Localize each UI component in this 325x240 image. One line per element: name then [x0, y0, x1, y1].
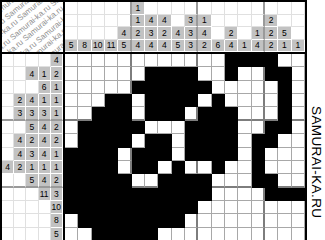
board-cell[interactable]	[65, 81, 78, 94]
row-clue-cell: 4	[14, 148, 26, 161]
row-clue-cell: 2	[14, 94, 26, 107]
board-cell[interactable]	[158, 107, 171, 120]
board-cell[interactable]	[65, 214, 78, 227]
row-clue-cell: 5	[26, 174, 38, 187]
row-clue-cell	[14, 81, 26, 94]
board-cell[interactable]	[145, 81, 158, 94]
board-cell[interactable]	[265, 201, 278, 214]
board-cell[interactable]	[185, 67, 198, 80]
board-cell[interactable]	[225, 54, 238, 67]
board-cell[interactable]	[238, 214, 251, 227]
board-cell[interactable]	[92, 201, 105, 214]
board-cell[interactable]	[172, 107, 185, 120]
board-cell[interactable]	[78, 94, 91, 107]
board-cell[interactable]	[118, 174, 131, 187]
board-cell[interactable]	[292, 81, 305, 94]
board-cell[interactable]	[238, 148, 251, 161]
board-cell[interactable]	[172, 188, 185, 201]
board-cell[interactable]	[278, 228, 291, 240]
board-cell[interactable]	[278, 134, 291, 147]
board-cell[interactable]	[238, 107, 251, 120]
row-clue-cell: 2	[51, 67, 63, 80]
board-cell[interactable]	[212, 67, 225, 80]
board-cell[interactable]	[172, 161, 185, 174]
board-cell[interactable]	[278, 67, 291, 80]
board-cell[interactable]	[212, 134, 225, 147]
col-clue-cell: 6	[212, 40, 225, 53]
board-cell[interactable]	[92, 148, 105, 161]
board-cell[interactable]	[265, 81, 278, 94]
board-cell[interactable]	[185, 161, 198, 174]
row-clue-cell: 3	[39, 107, 51, 120]
board-cell[interactable]	[92, 67, 105, 80]
row-clue-cell	[14, 174, 26, 187]
board-cell[interactable]	[105, 107, 118, 120]
board-cell[interactable]	[225, 188, 238, 201]
board-cell[interactable]	[105, 94, 118, 107]
board-cell[interactable]	[118, 94, 131, 107]
board-cell[interactable]	[158, 94, 171, 107]
board-cell[interactable]	[198, 134, 211, 147]
board-cell[interactable]	[238, 228, 251, 240]
board-cell[interactable]	[132, 134, 145, 147]
board-cell[interactable]	[198, 121, 211, 134]
board-cell[interactable]	[225, 81, 238, 94]
board-cell[interactable]	[132, 174, 145, 187]
board-cell[interactable]	[92, 134, 105, 147]
board-cell[interactable]	[145, 67, 158, 80]
board-cell[interactable]	[65, 228, 78, 240]
board-cell[interactable]	[292, 161, 305, 174]
board-cell[interactable]	[265, 134, 278, 147]
board-cell[interactable]	[292, 188, 305, 201]
board-cell[interactable]	[172, 134, 185, 147]
board-cell[interactable]	[198, 54, 211, 67]
board-cell[interactable]	[278, 81, 291, 94]
board-cell[interactable]	[132, 107, 145, 120]
board-cell[interactable]	[185, 107, 198, 120]
board-cell[interactable]	[292, 94, 305, 107]
board-cell[interactable]	[65, 121, 78, 134]
board-cell[interactable]	[172, 54, 185, 67]
board-cell[interactable]	[185, 201, 198, 214]
board-cell[interactable]	[198, 94, 211, 107]
board-cell[interactable]	[78, 134, 91, 147]
board-cell[interactable]	[292, 174, 305, 187]
board-cell[interactable]	[158, 67, 171, 80]
board-cell[interactable]	[92, 81, 105, 94]
board-cell[interactable]	[158, 148, 171, 161]
board-cell[interactable]	[145, 161, 158, 174]
board-cell[interactable]	[65, 67, 78, 80]
board-cell[interactable]	[198, 201, 211, 214]
board-cell[interactable]	[145, 54, 158, 67]
board-cell[interactable]	[278, 94, 291, 107]
board-cell[interactable]	[118, 214, 131, 227]
col-clue-cell: 5	[172, 40, 185, 53]
row-clue-cell: 6	[39, 81, 51, 94]
board-cell[interactable]	[65, 54, 78, 67]
board-cell[interactable]	[252, 54, 265, 67]
board-cell[interactable]	[172, 67, 185, 80]
board-cell[interactable]	[252, 228, 265, 240]
board-cell[interactable]	[158, 121, 171, 134]
col-clue-cell: 3	[145, 27, 158, 40]
col-clue-cell: 2	[198, 40, 211, 53]
board-cell[interactable]	[265, 174, 278, 187]
board-cell[interactable]	[238, 54, 251, 67]
board-cell[interactable]	[65, 107, 78, 120]
board-cell[interactable]	[252, 67, 265, 80]
board-cell[interactable]	[225, 214, 238, 227]
board-cell[interactable]	[105, 148, 118, 161]
board-cell[interactable]	[238, 188, 251, 201]
board-cell[interactable]	[145, 214, 158, 227]
board-cell[interactable]	[198, 107, 211, 120]
board-cell[interactable]	[105, 134, 118, 147]
board-cell[interactable]	[292, 228, 305, 240]
board-cell[interactable]	[198, 228, 211, 240]
board-cell[interactable]	[172, 201, 185, 214]
board-cell[interactable]	[118, 107, 131, 120]
board-cell[interactable]	[252, 214, 265, 227]
board-cell[interactable]	[105, 161, 118, 174]
board-cell[interactable]	[158, 54, 171, 67]
board-cell[interactable]	[252, 174, 265, 187]
board-cell[interactable]	[78, 201, 91, 214]
board-cell[interactable]	[278, 161, 291, 174]
board-cell[interactable]	[292, 107, 305, 120]
col-clue-cell: 4	[118, 27, 131, 40]
board-cell[interactable]	[265, 121, 278, 134]
board-cell[interactable]	[132, 228, 145, 240]
board-cell[interactable]	[92, 54, 105, 67]
board-cell[interactable]	[92, 214, 105, 227]
board-cell[interactable]	[105, 54, 118, 67]
board-cell[interactable]	[185, 228, 198, 240]
board-cell[interactable]	[78, 214, 91, 227]
board-cell[interactable]	[145, 228, 158, 240]
board-cell[interactable]	[158, 214, 171, 227]
board-cell[interactable]	[185, 134, 198, 147]
col-clue-cell: 5	[278, 27, 291, 40]
board-cell[interactable]	[158, 161, 171, 174]
row-clue-cell: 3	[51, 188, 63, 201]
col-clue-cell: 1	[278, 40, 291, 53]
board-cell[interactable]	[252, 94, 265, 107]
board-cell[interactable]	[78, 67, 91, 80]
col-clue-cell	[118, 15, 131, 28]
row-clue-cell: 5	[51, 228, 63, 240]
board-cell[interactable]	[278, 54, 291, 67]
col-clue-cell: 2	[132, 27, 145, 40]
board-cell[interactable]	[198, 214, 211, 227]
board-cell[interactable]	[65, 161, 78, 174]
board-cell[interactable]	[278, 121, 291, 134]
col-clue-cell: 2	[225, 27, 238, 40]
board-cell[interactable]	[65, 188, 78, 201]
board-cell[interactable]	[225, 201, 238, 214]
board-cell[interactable]	[278, 214, 291, 227]
board-cell[interactable]	[145, 121, 158, 134]
board-cell[interactable]	[172, 174, 185, 187]
board-cell[interactable]	[78, 107, 91, 120]
board-cell[interactable]	[212, 201, 225, 214]
board-cell[interactable]	[252, 188, 265, 201]
board-cell[interactable]	[118, 188, 131, 201]
board-cell[interactable]	[198, 174, 211, 187]
row-clue-cell: 2	[51, 174, 63, 187]
board-cell[interactable]	[145, 134, 158, 147]
board-cell[interactable]	[225, 228, 238, 240]
row-clue-cell: 4	[2, 161, 14, 174]
board-cell[interactable]	[92, 107, 105, 120]
board-cell[interactable]	[65, 148, 78, 161]
board-cell[interactable]	[132, 54, 145, 67]
board-cell[interactable]	[185, 121, 198, 134]
board-cell[interactable]	[185, 214, 198, 227]
board-cell[interactable]	[252, 81, 265, 94]
nonogram-board	[65, 54, 305, 240]
board-cell[interactable]	[278, 174, 291, 187]
board-cell[interactable]	[132, 214, 145, 227]
board-cell[interactable]	[212, 228, 225, 240]
board-cell[interactable]	[78, 121, 91, 134]
row-clue-cell: 1	[51, 107, 63, 120]
board-cell[interactable]	[92, 94, 105, 107]
board-cell[interactable]	[92, 161, 105, 174]
board-cell[interactable]	[212, 148, 225, 161]
board-cell[interactable]	[172, 94, 185, 107]
board-cell[interactable]	[185, 54, 198, 67]
board-cell[interactable]	[238, 201, 251, 214]
board-cell[interactable]	[78, 228, 91, 240]
board-cell[interactable]	[65, 134, 78, 147]
board-cell[interactable]	[225, 121, 238, 134]
board-cell[interactable]	[65, 201, 78, 214]
board-cell[interactable]	[252, 121, 265, 134]
board-cell[interactable]	[212, 81, 225, 94]
board-cell[interactable]	[145, 201, 158, 214]
board-cell[interactable]	[265, 107, 278, 120]
board-cell[interactable]	[65, 94, 78, 107]
board-cell[interactable]	[78, 174, 91, 187]
board-cell[interactable]	[252, 148, 265, 161]
board-cell[interactable]	[105, 188, 118, 201]
col-clue-cell: 1	[132, 15, 145, 28]
board-cell[interactable]	[118, 121, 131, 134]
board-cell[interactable]	[92, 174, 105, 187]
board-cell[interactable]	[185, 188, 198, 201]
board-cell[interactable]	[172, 81, 185, 94]
board-cell[interactable]	[78, 188, 91, 201]
board-cell[interactable]	[172, 214, 185, 227]
board-cell[interactable]	[238, 81, 251, 94]
board-cell[interactable]	[238, 134, 251, 147]
row-clue-cell: 4	[26, 94, 38, 107]
board-cell[interactable]	[78, 161, 91, 174]
board-cell[interactable]	[238, 67, 251, 80]
board-cell[interactable]	[105, 228, 118, 240]
board-cell[interactable]	[225, 174, 238, 187]
board-cell[interactable]	[185, 174, 198, 187]
board-cell[interactable]	[172, 148, 185, 161]
col-clue-cell	[158, 2, 171, 15]
row-clue-cell: 4	[14, 134, 26, 147]
board-cell[interactable]	[105, 121, 118, 134]
board-cell[interactable]	[118, 67, 131, 80]
board-cell[interactable]	[198, 148, 211, 161]
board-cell[interactable]	[212, 107, 225, 120]
board-cell[interactable]	[278, 107, 291, 120]
board-cell[interactable]	[118, 134, 131, 147]
board-cell[interactable]	[78, 54, 91, 67]
board-cell[interactable]	[172, 228, 185, 240]
board-cell[interactable]	[118, 54, 131, 67]
board-cell[interactable]	[225, 148, 238, 161]
board-cell[interactable]	[158, 228, 171, 240]
board-cell[interactable]	[158, 174, 171, 187]
board-cell[interactable]	[78, 81, 91, 94]
board-cell[interactable]	[92, 228, 105, 240]
board-cell[interactable]	[158, 134, 171, 147]
board-cell[interactable]	[145, 188, 158, 201]
board-cell[interactable]	[292, 54, 305, 67]
board-cell[interactable]	[252, 161, 265, 174]
col-clue-cell	[172, 2, 185, 15]
board-cell[interactable]	[225, 107, 238, 120]
board-cell[interactable]	[212, 54, 225, 67]
board-cell[interactable]	[118, 201, 131, 214]
board-cell[interactable]	[145, 94, 158, 107]
row-clue-cell	[2, 134, 14, 147]
board-cell[interactable]	[292, 134, 305, 147]
row-clue-cell: 10	[51, 201, 63, 214]
board-cell[interactable]	[252, 107, 265, 120]
board-cell[interactable]	[105, 214, 118, 227]
board-cell[interactable]	[105, 67, 118, 80]
board-cell[interactable]	[185, 81, 198, 94]
board-cell[interactable]	[252, 134, 265, 147]
board-cell[interactable]	[132, 188, 145, 201]
board-cell[interactable]	[265, 161, 278, 174]
row-clue-cell: 3	[26, 148, 38, 161]
row-clue-cell	[39, 228, 51, 240]
row-clue-cell	[14, 67, 26, 80]
board-cell[interactable]	[292, 67, 305, 80]
board-cell[interactable]	[265, 54, 278, 67]
board-cell[interactable]	[105, 174, 118, 187]
board-cell[interactable]	[212, 214, 225, 227]
board-cell[interactable]	[158, 81, 171, 94]
row-clue-cell	[2, 54, 14, 67]
board-cell[interactable]	[292, 148, 305, 161]
board-cell[interactable]	[278, 201, 291, 214]
board-cell[interactable]	[265, 67, 278, 80]
board-cell[interactable]	[92, 188, 105, 201]
board-cell[interactable]	[225, 161, 238, 174]
board-cell[interactable]	[252, 201, 265, 214]
board-cell[interactable]	[198, 81, 211, 94]
board-cell[interactable]	[172, 121, 185, 134]
row-clue-cell	[14, 121, 26, 134]
watermark: Samurai-ka.ru Samurai-ka.ru Samurai-ka.r…	[2, 2, 63, 52]
board-cell[interactable]	[118, 81, 131, 94]
board-cell[interactable]	[185, 148, 198, 161]
row-clue-cell	[14, 188, 26, 201]
board-cell[interactable]	[132, 148, 145, 161]
board-cell[interactable]	[92, 121, 105, 134]
board-cell[interactable]	[212, 174, 225, 187]
board-cell[interactable]	[105, 81, 118, 94]
board-cell[interactable]	[145, 107, 158, 120]
row-clue-cell	[2, 107, 14, 120]
board-cell[interactable]	[132, 81, 145, 94]
board-cell[interactable]	[212, 121, 225, 134]
board-cell[interactable]	[65, 174, 78, 187]
row-clue-cell	[39, 214, 51, 227]
row-clue-cell	[39, 54, 51, 67]
board-cell[interactable]	[225, 94, 238, 107]
row-clue-cell: 2	[51, 121, 63, 134]
board-cell[interactable]	[132, 201, 145, 214]
board-cell[interactable]	[132, 121, 145, 134]
board-cell[interactable]	[238, 174, 251, 187]
board-cell[interactable]	[118, 148, 131, 161]
board-cell[interactable]	[132, 94, 145, 107]
board-cell[interactable]	[238, 94, 251, 107]
board-cell[interactable]	[265, 94, 278, 107]
board-cell[interactable]	[118, 228, 131, 240]
board-cell[interactable]	[198, 188, 211, 201]
col-clue-cell	[292, 15, 305, 28]
board-cell[interactable]	[145, 148, 158, 161]
board-cell[interactable]	[238, 121, 251, 134]
board-cell[interactable]	[278, 148, 291, 161]
row-clue-cell	[2, 188, 14, 201]
board-cell[interactable]	[278, 188, 291, 201]
row-clue-cell: 3	[26, 107, 38, 120]
board-cell[interactable]	[212, 188, 225, 201]
row-clue-cell	[2, 94, 14, 107]
board-cell[interactable]	[265, 148, 278, 161]
board-cell[interactable]	[212, 161, 225, 174]
row-clue-cell: 4	[39, 174, 51, 187]
board-cell[interactable]	[292, 121, 305, 134]
board-cell[interactable]	[265, 228, 278, 240]
board-cell[interactable]	[198, 161, 211, 174]
board-cell[interactable]	[145, 174, 158, 187]
board-cell[interactable]	[225, 67, 238, 80]
col-clue-cell: 1	[252, 27, 265, 40]
board-cell[interactable]	[118, 161, 131, 174]
board-cell[interactable]	[212, 94, 225, 107]
board-cell[interactable]	[132, 161, 145, 174]
board-cell[interactable]	[292, 214, 305, 227]
board-cell[interactable]	[158, 188, 171, 201]
board-cell[interactable]	[185, 94, 198, 107]
board-cell[interactable]	[225, 134, 238, 147]
board-cell[interactable]	[265, 214, 278, 227]
board-cell[interactable]	[265, 188, 278, 201]
board-cell[interactable]	[158, 201, 171, 214]
board-cell[interactable]	[198, 67, 211, 80]
board-cell[interactable]	[78, 148, 91, 161]
board-cell[interactable]	[238, 161, 251, 174]
board-cell[interactable]	[292, 201, 305, 214]
board-cell[interactable]	[132, 67, 145, 80]
board-cell[interactable]	[105, 201, 118, 214]
